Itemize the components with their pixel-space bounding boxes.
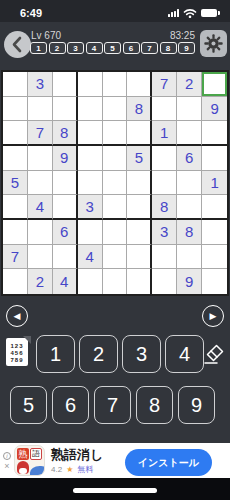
numpad-3[interactable]: 3 bbox=[122, 335, 161, 373]
ad-body: 熟語消し 4.2 ★ 無料 bbox=[51, 447, 103, 475]
cell-r5c2[interactable] bbox=[28, 171, 53, 196]
gear-icon bbox=[203, 33, 224, 54]
cell-r7c6[interactable] bbox=[127, 220, 152, 245]
home-indicator[interactable] bbox=[73, 488, 157, 493]
notes-row-3: 789 bbox=[6, 357, 28, 364]
cell-r1c8[interactable]: 2 bbox=[177, 72, 202, 97]
numpad-5[interactable]: 5 bbox=[10, 386, 47, 424]
bottom-bar bbox=[0, 478, 230, 500]
cell-r9c8[interactable]: 9 bbox=[177, 269, 202, 294]
cell-r5c1[interactable]: 5 bbox=[3, 171, 28, 196]
cell-r4c4[interactable] bbox=[78, 146, 103, 171]
cell-r4c3[interactable]: 9 bbox=[53, 146, 78, 171]
cell-r5c5[interactable] bbox=[103, 171, 128, 196]
cell-r9c7[interactable] bbox=[152, 269, 177, 294]
cell-r2c6[interactable]: 8 bbox=[127, 97, 152, 122]
notes-mode-button[interactable]: 123 456 789 bbox=[6, 338, 28, 366]
back-button[interactable] bbox=[4, 31, 31, 58]
cell-r8c9[interactable] bbox=[202, 245, 227, 270]
cell-r8c3[interactable] bbox=[53, 245, 78, 270]
cell-r7c7[interactable]: 3 bbox=[152, 220, 177, 245]
cell-r6c3[interactable] bbox=[53, 195, 78, 220]
header-count-7[interactable]: 7 bbox=[141, 42, 158, 54]
cell-r3c1[interactable] bbox=[3, 121, 28, 146]
signal-icon bbox=[168, 9, 179, 17]
sudoku-app: 6:49 Lv 670 83:25 123456789 bbox=[0, 0, 230, 500]
cell-r1c9[interactable] bbox=[202, 72, 227, 97]
cell-r5c9[interactable]: 1 bbox=[202, 171, 227, 196]
cell-r8c8[interactable] bbox=[177, 245, 202, 270]
header-count-3[interactable]: 3 bbox=[67, 42, 84, 54]
ad-icon-tile-1: 熟 bbox=[17, 448, 29, 460]
ad-close-icon[interactable]: × bbox=[4, 462, 9, 470]
cell-r2c2[interactable] bbox=[28, 97, 53, 122]
header-count-1[interactable]: 1 bbox=[30, 42, 47, 54]
cell-r4c8[interactable]: 6 bbox=[177, 146, 202, 171]
header-count-2[interactable]: 2 bbox=[49, 42, 66, 54]
digit-counter-row: 123456789 bbox=[30, 42, 195, 54]
header-count-4[interactable]: 4 bbox=[86, 42, 103, 54]
ad-app-icon[interactable]: 熟 語 bbox=[14, 445, 45, 476]
settings-button[interactable] bbox=[200, 30, 227, 57]
cell-r7c4[interactable] bbox=[78, 220, 103, 245]
notes-row-1: 123 bbox=[6, 343, 28, 350]
ad-icon-tile-2: 語 bbox=[30, 448, 42, 460]
cell-r6c2[interactable]: 4 bbox=[28, 195, 53, 220]
cell-r8c4[interactable]: 4 bbox=[78, 245, 103, 270]
eraser-button[interactable] bbox=[202, 342, 226, 366]
cell-r7c5[interactable] bbox=[103, 220, 128, 245]
cell-r4c5[interactable] bbox=[103, 146, 128, 171]
status-bar: 6:49 bbox=[0, 0, 230, 22]
cell-r7c1[interactable] bbox=[3, 220, 28, 245]
battery-icon bbox=[201, 9, 217, 17]
cell-r1c5[interactable] bbox=[103, 72, 128, 97]
cell-r2c7[interactable] bbox=[152, 97, 177, 122]
cell-r3c4[interactable] bbox=[78, 121, 103, 146]
header-count-8[interactable]: 8 bbox=[160, 42, 177, 54]
numpad-2[interactable]: 2 bbox=[79, 335, 118, 373]
cell-r5c6[interactable] bbox=[127, 171, 152, 196]
cell-r6c4[interactable]: 3 bbox=[78, 195, 103, 220]
next-arrow-icon: ▶ bbox=[210, 311, 217, 321]
numpad-row-2: 56789 bbox=[10, 386, 215, 424]
cell-r3c5[interactable] bbox=[103, 121, 128, 146]
cell-r9c4[interactable] bbox=[78, 269, 103, 294]
cell-r7c2[interactable] bbox=[28, 220, 53, 245]
cell-r1c1[interactable] bbox=[3, 72, 28, 97]
cell-r3c8[interactable] bbox=[177, 121, 202, 146]
cell-r2c4[interactable] bbox=[78, 97, 103, 122]
cell-r5c3[interactable] bbox=[53, 171, 78, 196]
cell-r8c2[interactable] bbox=[28, 245, 53, 270]
cell-r5c8[interactable] bbox=[177, 171, 202, 196]
ad-icon-santa bbox=[17, 461, 29, 474]
cell-r5c4[interactable] bbox=[78, 171, 103, 196]
ad-rating: 4.2 bbox=[51, 465, 62, 474]
cell-r3c2[interactable]: 7 bbox=[28, 121, 53, 146]
cell-r4c2[interactable] bbox=[28, 146, 53, 171]
cell-r8c5[interactable] bbox=[103, 245, 128, 270]
ad-meta: 4.2 ★ 無料 bbox=[51, 464, 103, 475]
level-label: Lv 670 bbox=[31, 30, 61, 41]
cell-r6c7[interactable]: 8 bbox=[152, 195, 177, 220]
wifi-icon bbox=[183, 8, 197, 18]
next-button[interactable]: ▶ bbox=[202, 305, 224, 327]
header-count-6[interactable]: 6 bbox=[123, 42, 140, 54]
header-count-5[interactable]: 5 bbox=[104, 42, 121, 54]
cell-r9c6[interactable] bbox=[127, 269, 152, 294]
cell-r2c3[interactable] bbox=[53, 97, 78, 122]
notes-row-2: 456 bbox=[6, 350, 28, 357]
numpad-8[interactable]: 8 bbox=[136, 386, 173, 424]
header-count-9[interactable]: 9 bbox=[178, 42, 195, 54]
cell-r2c9[interactable]: 9 bbox=[202, 97, 227, 122]
star-icon: ★ bbox=[66, 465, 73, 474]
cell-r9c1[interactable] bbox=[3, 269, 28, 294]
eraser-icon bbox=[202, 342, 226, 366]
chevron-left-icon bbox=[4, 31, 31, 58]
cell-r1c6[interactable] bbox=[127, 72, 152, 97]
cell-r4c1[interactable] bbox=[3, 146, 28, 171]
numpad-7[interactable]: 7 bbox=[94, 386, 131, 424]
cell-r3c9[interactable] bbox=[202, 121, 227, 146]
numpad-1[interactable]: 1 bbox=[36, 335, 75, 373]
numpad-9[interactable]: 9 bbox=[178, 386, 215, 424]
cell-r3c3[interactable]: 8 bbox=[53, 121, 78, 146]
cell-r6c8[interactable] bbox=[177, 195, 202, 220]
cell-r9c5[interactable] bbox=[103, 269, 128, 294]
prev-arrow-icon: ◀ bbox=[14, 311, 21, 321]
cell-r8c6[interactable] bbox=[127, 245, 152, 270]
ad-info-icon[interactable]: i bbox=[3, 452, 11, 460]
cell-r6c5[interactable] bbox=[103, 195, 128, 220]
status-icons bbox=[168, 8, 217, 18]
cell-r1c4[interactable] bbox=[78, 72, 103, 97]
cell-r6c9[interactable] bbox=[202, 195, 227, 220]
cell-r8c1[interactable]: 7 bbox=[3, 245, 28, 270]
prev-button[interactable]: ◀ bbox=[6, 305, 28, 327]
cell-r2c8[interactable] bbox=[177, 97, 202, 122]
ad-price: 無料 bbox=[77, 464, 93, 475]
cell-r9c3[interactable]: 4 bbox=[53, 269, 78, 294]
cell-r3c6[interactable] bbox=[127, 121, 152, 146]
ad-icon-wave bbox=[30, 466, 45, 476]
ad-title[interactable]: 熟語消し bbox=[51, 447, 103, 462]
numpad-4[interactable]: 4 bbox=[165, 335, 204, 373]
numpad-6[interactable]: 6 bbox=[52, 386, 89, 424]
clock: 6:49 bbox=[20, 7, 42, 19]
cell-r7c3[interactable]: 6 bbox=[53, 220, 78, 245]
cell-r5c7[interactable] bbox=[152, 171, 177, 196]
cell-r9c2[interactable]: 2 bbox=[28, 269, 53, 294]
cell-r1c7[interactable]: 7 bbox=[152, 72, 177, 97]
cell-r3c7[interactable]: 1 bbox=[152, 121, 177, 146]
timer: 83:25 bbox=[170, 30, 195, 41]
cell-r4c7[interactable] bbox=[152, 146, 177, 171]
cell-r2c5[interactable] bbox=[103, 97, 128, 122]
cell-r4c6[interactable]: 5 bbox=[127, 146, 152, 171]
cell-r6c6[interactable] bbox=[127, 195, 152, 220]
cell-r1c3[interactable] bbox=[53, 72, 78, 97]
numpad-row-1: 1234 bbox=[36, 335, 204, 373]
cell-r1c2[interactable]: 3 bbox=[28, 72, 53, 97]
cell-r7c8[interactable]: 8 bbox=[177, 220, 202, 245]
cell-r7c9[interactable] bbox=[202, 220, 227, 245]
ad-controls: i × bbox=[0, 452, 14, 470]
cell-r2c1[interactable] bbox=[3, 97, 28, 122]
sudoku-board: 372897819565143863874249 bbox=[1, 70, 229, 296]
install-button[interactable]: インストール bbox=[125, 449, 212, 476]
cell-r4c9[interactable] bbox=[202, 146, 227, 171]
cell-r8c7[interactable] bbox=[152, 245, 177, 270]
cell-r9c9[interactable] bbox=[202, 269, 227, 294]
cell-r6c1[interactable] bbox=[3, 195, 28, 220]
